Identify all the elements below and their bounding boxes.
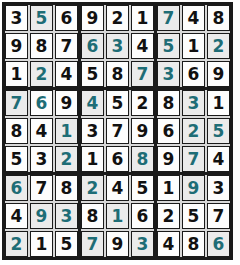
cell-r1c8[interactable]: 4 xyxy=(182,5,205,31)
cell-r3c5[interactable]: 8 xyxy=(106,61,129,87)
box-r2c1: 769841532 xyxy=(5,90,78,172)
cell-r3c2[interactable]: 2 xyxy=(30,61,53,87)
cell-r8c2[interactable]: 9 xyxy=(30,203,53,229)
cell-r1c3[interactable]: 6 xyxy=(55,5,78,31)
cell-r2c8[interactable]: 1 xyxy=(182,33,205,59)
cell-r9c6[interactable]: 3 xyxy=(131,231,154,257)
cell-r3c3[interactable]: 4 xyxy=(55,61,78,87)
box-r3c2: 245816793 xyxy=(81,175,154,257)
cell-r7c5[interactable]: 4 xyxy=(106,175,129,201)
page: 3569871249216345877485123697698415324523… xyxy=(0,0,240,265)
box-r1c1: 356987124 xyxy=(5,5,78,87)
cell-r1c4[interactable]: 9 xyxy=(81,5,104,31)
cell-r2c9[interactable]: 2 xyxy=(207,33,230,59)
cell-r7c2[interactable]: 7 xyxy=(30,175,53,201)
cell-r6c1[interactable]: 5 xyxy=(5,146,28,172)
cell-r6c9[interactable]: 4 xyxy=(207,146,230,172)
cell-r6c2[interactable]: 3 xyxy=(30,146,53,172)
cell-r1c9[interactable]: 8 xyxy=(207,5,230,31)
cell-r6c8[interactable]: 7 xyxy=(182,146,205,172)
cell-r5c9[interactable]: 5 xyxy=(207,118,230,144)
cell-r7c9[interactable]: 3 xyxy=(207,175,230,201)
cell-r8c3[interactable]: 3 xyxy=(55,203,78,229)
cell-r6c4[interactable]: 1 xyxy=(81,146,104,172)
cell-r2c4[interactable]: 6 xyxy=(81,33,104,59)
cell-r9c4[interactable]: 7 xyxy=(81,231,104,257)
cell-r3c8[interactable]: 6 xyxy=(182,61,205,87)
cell-r5c8[interactable]: 2 xyxy=(182,118,205,144)
cell-r4c5[interactable]: 5 xyxy=(106,90,129,116)
box-r2c2: 452379168 xyxy=(81,90,154,172)
cell-r7c8[interactable]: 9 xyxy=(182,175,205,201)
cell-r9c2[interactable]: 1 xyxy=(30,231,53,257)
cell-r8c1[interactable]: 4 xyxy=(5,203,28,229)
cell-r1c5[interactable]: 2 xyxy=(106,5,129,31)
cell-r9c5[interactable]: 9 xyxy=(106,231,129,257)
cell-r9c3[interactable]: 5 xyxy=(55,231,78,257)
cell-r1c2[interactable]: 5 xyxy=(30,5,53,31)
box-r3c1: 678493215 xyxy=(5,175,78,257)
cell-r9c9[interactable]: 6 xyxy=(207,231,230,257)
cell-r9c8[interactable]: 8 xyxy=(182,231,205,257)
cell-r6c7[interactable]: 9 xyxy=(157,146,180,172)
cell-r3c9[interactable]: 9 xyxy=(207,61,230,87)
cell-r7c6[interactable]: 5 xyxy=(131,175,154,201)
cell-r5c7[interactable]: 6 xyxy=(157,118,180,144)
cell-r4c3[interactable]: 9 xyxy=(55,90,78,116)
cell-r8c8[interactable]: 5 xyxy=(182,203,205,229)
cell-r5c5[interactable]: 7 xyxy=(106,118,129,144)
cell-r7c3[interactable]: 8 xyxy=(55,175,78,201)
cell-r4c7[interactable]: 8 xyxy=(157,90,180,116)
sudoku-board: 3569871249216345877485123697698415324523… xyxy=(2,2,233,260)
box-r3c3: 193257486 xyxy=(157,175,230,257)
cell-r7c4[interactable]: 2 xyxy=(81,175,104,201)
cell-r3c4[interactable]: 5 xyxy=(81,61,104,87)
cell-r8c6[interactable]: 6 xyxy=(131,203,154,229)
cell-r7c7[interactable]: 1 xyxy=(157,175,180,201)
cell-r2c7[interactable]: 5 xyxy=(157,33,180,59)
cell-r4c8[interactable]: 3 xyxy=(182,90,205,116)
cell-r8c4[interactable]: 8 xyxy=(81,203,104,229)
cell-r4c4[interactable]: 4 xyxy=(81,90,104,116)
cell-r6c6[interactable]: 8 xyxy=(131,146,154,172)
cell-r1c1[interactable]: 3 xyxy=(5,5,28,31)
cell-r2c6[interactable]: 4 xyxy=(131,33,154,59)
cell-r4c2[interactable]: 6 xyxy=(30,90,53,116)
cell-r5c2[interactable]: 4 xyxy=(30,118,53,144)
cell-r2c1[interactable]: 9 xyxy=(5,33,28,59)
cell-r1c7[interactable]: 7 xyxy=(157,5,180,31)
box-r1c3: 748512369 xyxy=(157,5,230,87)
cell-r4c1[interactable]: 7 xyxy=(5,90,28,116)
cell-r3c1[interactable]: 1 xyxy=(5,61,28,87)
cell-r9c7[interactable]: 4 xyxy=(157,231,180,257)
box-r2c3: 831625974 xyxy=(157,90,230,172)
cell-r6c3[interactable]: 2 xyxy=(55,146,78,172)
cell-r2c5[interactable]: 3 xyxy=(106,33,129,59)
cell-r8c7[interactable]: 2 xyxy=(157,203,180,229)
cell-r7c1[interactable]: 6 xyxy=(5,175,28,201)
cell-r5c3[interactable]: 1 xyxy=(55,118,78,144)
cell-r5c4[interactable]: 3 xyxy=(81,118,104,144)
box-r1c2: 921634587 xyxy=(81,5,154,87)
cell-r4c9[interactable]: 1 xyxy=(207,90,230,116)
cell-r5c6[interactable]: 9 xyxy=(131,118,154,144)
cell-r3c7[interactable]: 3 xyxy=(157,61,180,87)
cell-r6c5[interactable]: 6 xyxy=(106,146,129,172)
cell-r5c1[interactable]: 8 xyxy=(5,118,28,144)
cell-r4c6[interactable]: 2 xyxy=(131,90,154,116)
cell-r8c5[interactable]: 1 xyxy=(106,203,129,229)
cell-r9c1[interactable]: 2 xyxy=(5,231,28,257)
cell-r1c6[interactable]: 1 xyxy=(131,5,154,31)
cell-r2c3[interactable]: 7 xyxy=(55,33,78,59)
cell-r8c9[interactable]: 7 xyxy=(207,203,230,229)
cell-r3c6[interactable]: 7 xyxy=(131,61,154,87)
cell-r2c2[interactable]: 8 xyxy=(30,33,53,59)
